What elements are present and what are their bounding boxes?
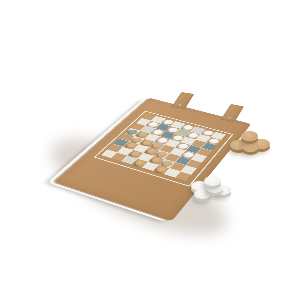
- cork-mat: [54, 98, 252, 221]
- snap-rivet-icon: [178, 104, 182, 106]
- strap-right: [221, 104, 244, 122]
- board-grid: [101, 114, 226, 181]
- loose-checker-white[interactable]: [204, 176, 221, 186]
- loose-checker-cork[interactable]: [241, 131, 258, 141]
- product-scene: [0, 0, 300, 300]
- snap-rivet-icon: [228, 117, 232, 119]
- strap-left: [172, 92, 194, 109]
- loose-checker-cork[interactable]: [242, 142, 259, 152]
- mat-3d-wrap: [54, 98, 252, 221]
